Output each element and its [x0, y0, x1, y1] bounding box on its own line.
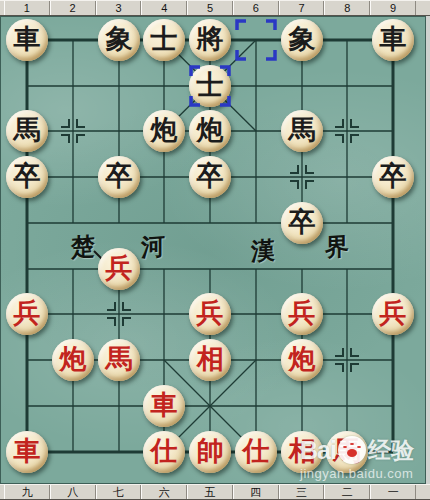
piece-glyph: 車 [14, 438, 41, 465]
piece-black-將[interactable]: 將 [189, 19, 231, 61]
piece-red-兵[interactable]: 兵 [281, 293, 323, 335]
file-label-top-2: 2 [50, 1, 96, 15]
file-label-bottom-1: 一 [370, 485, 416, 499]
piece-glyph: 仕 [243, 438, 270, 465]
file-label-bottom-7: 七 [96, 485, 142, 499]
piece-glyph: 炮 [151, 117, 178, 144]
piece-red-相[interactable]: 相 [189, 339, 231, 381]
piece-glyph: 卒 [380, 163, 407, 190]
piece-glyph: 象 [106, 26, 133, 53]
piece-red-炮[interactable]: 炮 [52, 339, 94, 381]
file-label-bottom-5: 五 [187, 485, 233, 499]
piece-red-仕[interactable]: 仕 [143, 431, 185, 473]
baidu-paw-icon [338, 436, 366, 464]
piece-black-士[interactable]: 士 [189, 65, 231, 107]
piece-glyph: 兵 [106, 255, 133, 282]
watermark: Bai 经验 jingyan.baidu.com [300, 436, 430, 481]
piece-glyph: 兵 [14, 300, 41, 327]
file-label-bottom-6: 六 [141, 485, 187, 499]
piece-glyph: 將 [197, 26, 224, 53]
watermark-jingyan-text: 经验 [368, 435, 414, 466]
xiangqi-app: 1 2 3 4 5 6 7 8 9 楚 河 漢 界 Bai 经验 jingyan… [0, 0, 430, 500]
piece-black-馬[interactable]: 馬 [6, 110, 48, 152]
river-text-han: 漢 [251, 234, 275, 268]
piece-glyph: 炮 [197, 117, 224, 144]
piece-red-車[interactable]: 車 [6, 431, 48, 473]
file-label-top-7: 7 [279, 1, 325, 15]
file-label-top-3: 3 [96, 1, 142, 15]
file-label-top-9: 9 [370, 1, 416, 15]
piece-glyph: 卒 [197, 163, 224, 190]
piece-glyph: 仕 [151, 438, 178, 465]
watermark-url: jingyan.baidu.com [300, 466, 430, 481]
file-label-bottom-9: 九 [4, 485, 50, 499]
piece-glyph: 馬 [289, 117, 316, 144]
file-label-bottom-4: 四 [233, 485, 279, 499]
piece-black-馬[interactable]: 馬 [281, 110, 323, 152]
piece-red-兵[interactable]: 兵 [372, 293, 414, 335]
piece-glyph: 兵 [380, 300, 407, 327]
piece-glyph: 兵 [289, 300, 316, 327]
piece-red-炮[interactable]: 炮 [281, 339, 323, 381]
piece-red-兵[interactable]: 兵 [189, 293, 231, 335]
piece-black-車[interactable]: 車 [6, 19, 48, 61]
file-labels-top: 1 2 3 4 5 6 7 8 9 [0, 0, 430, 16]
piece-black-車[interactable]: 車 [372, 19, 414, 61]
piece-glyph: 士 [197, 72, 224, 99]
piece-red-帥[interactable]: 帥 [189, 431, 231, 473]
piece-black-卒[interactable]: 卒 [372, 156, 414, 198]
piece-glyph: 馬 [106, 346, 133, 373]
piece-glyph: 卒 [106, 163, 133, 190]
piece-glyph: 馬 [14, 117, 41, 144]
file-label-bottom-2: 二 [324, 485, 370, 499]
piece-black-士[interactable]: 士 [143, 19, 185, 61]
piece-red-馬[interactable]: 馬 [98, 339, 140, 381]
piece-red-兵[interactable]: 兵 [98, 248, 140, 290]
piece-glyph: 士 [151, 26, 178, 53]
piece-glyph: 炮 [289, 346, 316, 373]
river-text-he: 河 [141, 230, 165, 264]
piece-red-車[interactable]: 車 [143, 385, 185, 427]
piece-black-卒[interactable]: 卒 [281, 202, 323, 244]
piece-glyph: 車 [151, 392, 178, 419]
file-labels-bottom: 九 八 七 六 五 四 三 二 一 [0, 484, 430, 500]
piece-black-卒[interactable]: 卒 [189, 156, 231, 198]
piece-glyph: 帥 [197, 438, 224, 465]
piece-red-仕[interactable]: 仕 [235, 431, 277, 473]
file-label-bottom-8: 八 [50, 485, 96, 499]
piece-black-炮[interactable]: 炮 [143, 110, 185, 152]
piece-glyph: 卒 [14, 163, 41, 190]
piece-glyph: 車 [14, 26, 41, 53]
file-label-bottom-3: 三 [279, 485, 325, 499]
piece-black-卒[interactable]: 卒 [6, 156, 48, 198]
piece-glyph: 卒 [289, 209, 316, 236]
piece-black-炮[interactable]: 炮 [189, 110, 231, 152]
piece-red-兵[interactable]: 兵 [6, 293, 48, 335]
piece-glyph: 象 [289, 26, 316, 53]
file-label-top-5: 5 [187, 1, 233, 15]
file-label-top-8: 8 [324, 1, 370, 15]
file-label-top-6: 6 [233, 1, 279, 15]
river-text-jie: 界 [325, 230, 349, 264]
piece-glyph: 炮 [60, 346, 87, 373]
file-label-top-4: 4 [141, 1, 187, 15]
piece-glyph: 相 [197, 346, 224, 373]
piece-glyph: 兵 [197, 300, 224, 327]
piece-black-卒[interactable]: 卒 [98, 156, 140, 198]
river-text-chu: 楚 [71, 230, 95, 264]
watermark-baidu-text: Bai [300, 436, 336, 465]
piece-black-象[interactable]: 象 [98, 19, 140, 61]
file-label-top-1: 1 [4, 1, 50, 15]
piece-glyph: 車 [380, 26, 407, 53]
piece-black-象[interactable]: 象 [281, 19, 323, 61]
